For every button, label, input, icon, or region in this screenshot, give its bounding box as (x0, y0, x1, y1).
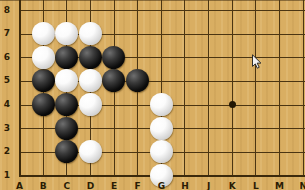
black-stone-B5 (32, 69, 55, 92)
white-stone-D5 (79, 69, 102, 92)
black-stone-E6 (102, 46, 125, 69)
col-label-G: G (158, 181, 165, 190)
stones-layer (8, 0, 305, 187)
col-label-E: E (111, 181, 117, 190)
col-label-B: B (40, 181, 47, 190)
col-label-D: D (87, 181, 94, 190)
col-label-M: M (275, 181, 284, 190)
white-stone-G2 (150, 140, 173, 163)
white-stone-G4 (150, 93, 173, 116)
white-stone-C5 (55, 69, 78, 92)
white-stone-D7 (79, 22, 102, 45)
row-label-3: 3 (0, 123, 14, 134)
white-stone-D2 (79, 140, 102, 163)
black-stone-E5 (102, 69, 125, 92)
go-board[interactable]: 87654321 ABCDEFGHJKLMN (0, 0, 305, 190)
row-label-4: 4 (0, 99, 14, 110)
black-stone-C6 (55, 46, 78, 69)
row-label-1: 1 (0, 170, 14, 181)
white-stone-D4 (79, 93, 102, 116)
go-app-screenshot: 87654321 ABCDEFGHJKLMN (0, 0, 305, 190)
col-label-H: H (181, 181, 189, 190)
col-label-N: N (299, 181, 305, 190)
col-label-C: C (63, 181, 70, 190)
black-stone-C4 (55, 93, 78, 116)
row-label-7: 7 (0, 28, 14, 39)
col-label-F: F (135, 181, 141, 190)
white-stone-B7 (32, 22, 55, 45)
col-label-L: L (253, 181, 259, 190)
black-stone-F5 (126, 69, 149, 92)
cursor-arrow-icon (252, 54, 262, 69)
white-stone-B6 (32, 46, 55, 69)
white-stone-C7 (55, 22, 78, 45)
row-label-8: 8 (0, 5, 14, 16)
black-stone-C2 (55, 140, 78, 163)
row-label-5: 5 (0, 75, 14, 86)
col-label-A: A (16, 181, 23, 190)
col-label-K: K (229, 181, 236, 190)
row-label-6: 6 (0, 52, 14, 63)
black-stone-C3 (55, 117, 78, 140)
black-stone-B4 (32, 93, 55, 116)
black-stone-D6 (79, 46, 102, 69)
star-point-K4 (229, 101, 236, 108)
white-stone-G3 (150, 117, 173, 140)
row-label-2: 2 (0, 146, 14, 157)
col-label-J: J (207, 181, 210, 190)
